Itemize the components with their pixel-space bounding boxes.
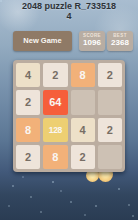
best-value: 2368	[107, 38, 133, 47]
app-screen: 2048 puzzle R_733518 4 New Game SCORE 10…	[0, 0, 138, 220]
app-title-line2: 4	[0, 11, 138, 21]
controls-bar: New Game SCORE 1096 BEST 2368	[0, 31, 138, 51]
empty-cell	[98, 90, 122, 114]
tile-8: 8	[16, 118, 40, 142]
score-box: SCORE 1096	[79, 31, 105, 51]
tile-8: 8	[43, 145, 67, 169]
empty-cell	[71, 90, 95, 114]
tile-128: 128	[43, 118, 67, 142]
score-value: 1096	[79, 38, 105, 47]
tile-2: 2	[98, 63, 122, 87]
empty-cell	[98, 145, 122, 169]
tile-2: 2	[16, 90, 40, 114]
tile-64: 64	[43, 90, 67, 114]
tile-4: 4	[71, 118, 95, 142]
game-board[interactable]: 4282264812842282	[13, 60, 125, 172]
app-title-line1: 2048 puzzle R_733518	[0, 1, 138, 11]
tile-8: 8	[71, 63, 95, 87]
tile-2: 2	[16, 145, 40, 169]
app-title: 2048 puzzle R_733518 4	[0, 1, 138, 21]
best-box: BEST 2368	[107, 31, 133, 51]
tile-4: 4	[16, 63, 40, 87]
new-game-button[interactable]: New Game	[13, 31, 72, 51]
tile-2: 2	[43, 63, 67, 87]
tile-2: 2	[71, 145, 95, 169]
tile-2: 2	[98, 118, 122, 142]
